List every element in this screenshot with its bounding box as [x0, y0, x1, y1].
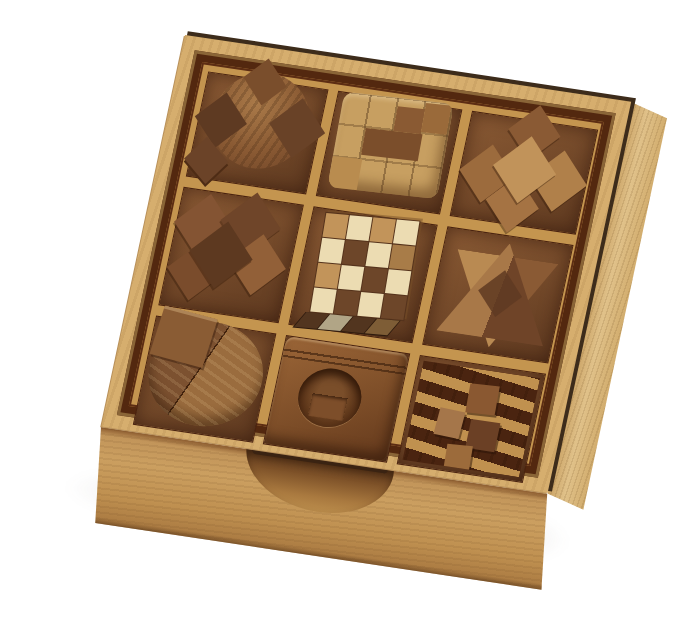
- disc-puzzle: [136, 314, 275, 436]
- compartment-r2c0: [133, 316, 277, 443]
- hole-box-puzzle: [264, 336, 409, 461]
- diamond-star-puzzle: [161, 195, 301, 316]
- compartment-r0c2: [450, 111, 599, 235]
- ball-burr-puzzle: [194, 67, 324, 182]
- diagonal-burr-puzzle: [454, 112, 594, 233]
- snake-cube-cell: [357, 292, 383, 318]
- snake-cube-cell: [310, 287, 336, 313]
- compartment-r0c0: [186, 71, 329, 194]
- puzzle-tray: [101, 35, 631, 493]
- product-photo: [0, 0, 679, 638]
- snake-cube-cell: [314, 263, 340, 289]
- snake-cube-cell: [393, 219, 419, 245]
- tray-well: [117, 50, 616, 478]
- lattice-burr-puzzle: [403, 361, 541, 477]
- puzzle-piece: [421, 103, 452, 135]
- compartment-r0c1: [316, 91, 463, 215]
- puzzle-piece: [433, 407, 465, 439]
- snake-cube-cell: [345, 215, 371, 241]
- compartment-r2c1: [263, 335, 410, 463]
- snake-cube-cell: [388, 244, 414, 270]
- round-opening: [293, 364, 367, 431]
- snake-cube-cell: [365, 242, 391, 268]
- snake-cube-cell: [369, 217, 395, 243]
- snake-cube-puzzle: [306, 212, 420, 338]
- snake-cube-cell: [361, 267, 387, 293]
- compartment-r1c2: [422, 226, 573, 363]
- compartment-grid: [129, 62, 604, 466]
- snake-cube-cell: [333, 290, 359, 316]
- stellated-star-puzzle: [424, 232, 571, 358]
- compartment-r2c2: [397, 355, 546, 483]
- snake-cube-cell: [337, 265, 363, 291]
- compartment-r1c0: [158, 187, 304, 323]
- puzzle-piece: [443, 444, 473, 471]
- puzzle-piece: [465, 383, 500, 415]
- inner-slot: [308, 393, 348, 421]
- snake-cube-top: [309, 212, 420, 321]
- compartment-r1c1: [288, 206, 437, 343]
- snake-cube-cell: [318, 238, 344, 264]
- puzzle-piece: [327, 156, 362, 190]
- snake-cube-cell: [322, 213, 348, 239]
- pattern-cube-puzzle: [327, 92, 454, 199]
- snake-cube-cell: [341, 240, 367, 266]
- snake-cube-cell: [380, 294, 406, 320]
- snake-cube-cell: [384, 269, 410, 295]
